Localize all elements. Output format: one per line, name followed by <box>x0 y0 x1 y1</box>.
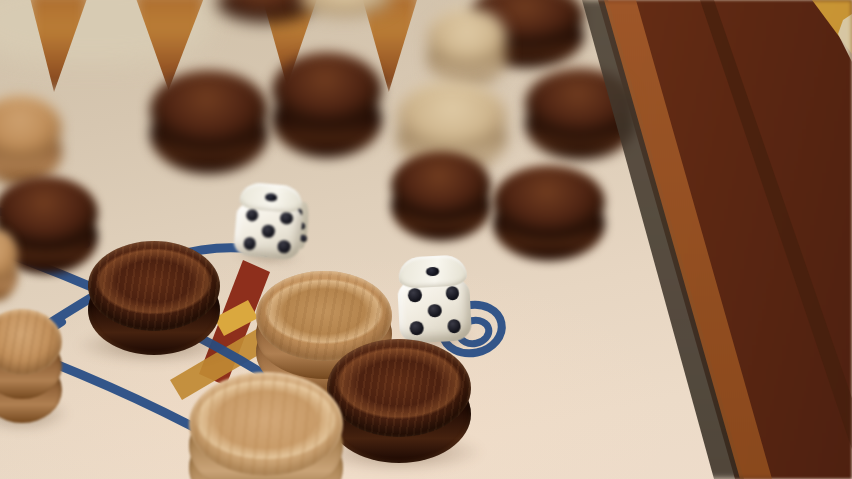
checker-top <box>150 70 268 150</box>
pip <box>245 209 259 223</box>
checker-top <box>189 372 343 476</box>
pip <box>445 286 459 300</box>
dark-checker-mid-right-outer[interactable] <box>493 165 605 261</box>
light-blob-top-center[interactable] <box>299 0 391 16</box>
inlay-gold-accent <box>214 300 258 336</box>
pip <box>277 240 291 254</box>
pip <box>261 224 275 238</box>
pip <box>427 303 441 317</box>
checker-top <box>327 339 471 437</box>
dark-stack-upper-left[interactable] <box>150 70 268 174</box>
pip <box>410 321 424 335</box>
checker-top <box>88 241 220 331</box>
checker-top <box>427 8 507 68</box>
dark-stack-center-inlay[interactable] <box>88 241 220 355</box>
light-stack-left-foreground[interactable] <box>0 309 62 423</box>
light-stack-bottom-center[interactable] <box>189 372 343 479</box>
pip <box>243 237 257 251</box>
checker-top <box>272 52 382 128</box>
pip <box>265 193 277 201</box>
pip <box>447 319 461 333</box>
dark-checker-mid-right-inner[interactable] <box>391 151 491 241</box>
pip <box>426 267 439 276</box>
dark-stack-upper-center[interactable] <box>272 52 382 158</box>
light-stack-left-edge-upper[interactable] <box>0 95 62 185</box>
checker-top <box>299 0 391 16</box>
checker-top <box>391 151 491 221</box>
dark-stack-bottom-right[interactable] <box>327 339 471 463</box>
die-top-face <box>398 254 467 288</box>
backgammon-board-photo <box>0 0 852 479</box>
die-1[interactable] <box>233 181 305 260</box>
die-top-face <box>239 181 303 213</box>
checker-top <box>493 165 605 239</box>
die-2[interactable] <box>396 254 472 344</box>
checker-top <box>397 80 507 152</box>
pip <box>280 212 294 226</box>
light-sliver-left-edge[interactable] <box>0 229 18 301</box>
light-stack-top-right-upper[interactable] <box>427 8 507 88</box>
pip <box>408 288 422 302</box>
die-front-face <box>397 277 472 343</box>
